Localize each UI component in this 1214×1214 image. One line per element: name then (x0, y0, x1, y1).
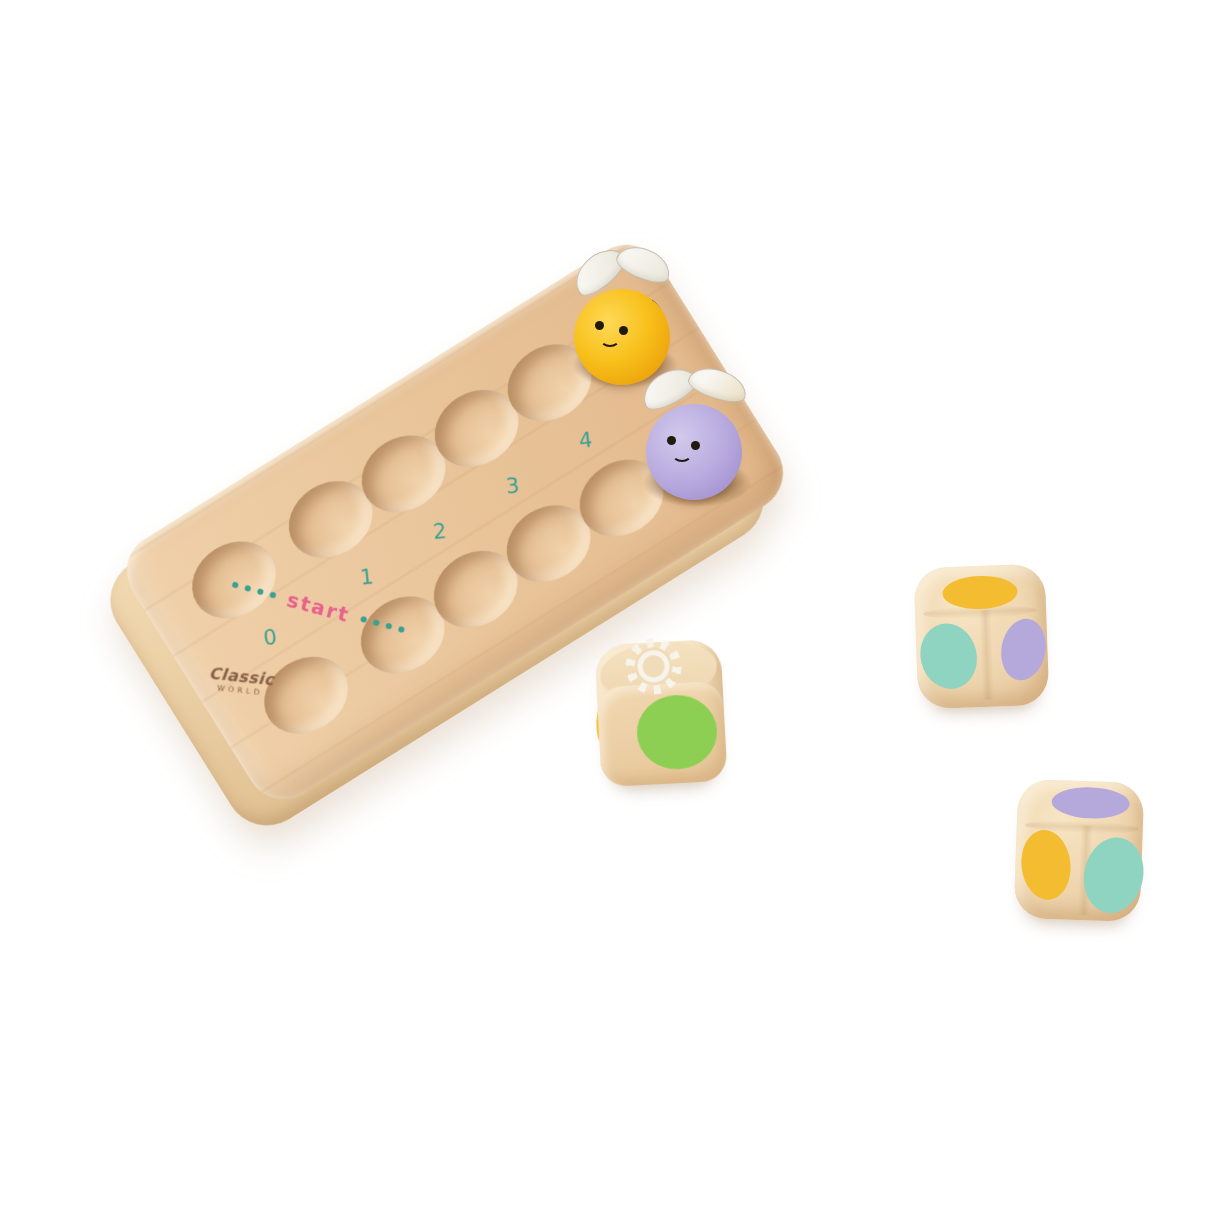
bee-body (574, 289, 670, 385)
start-dot (360, 616, 367, 623)
bee-stripe (648, 404, 742, 500)
bee-eye (691, 441, 700, 450)
purple-bee-piece[interactable] (646, 404, 742, 500)
start-dot (244, 585, 251, 592)
start-dot (373, 619, 380, 626)
track-number-2: 2 (432, 519, 448, 544)
start-dot (257, 588, 264, 595)
bee-eye (595, 321, 604, 330)
track-number-0: 0 (262, 625, 278, 650)
bee-eye (667, 436, 676, 445)
bee-smile (600, 331, 620, 347)
start-dot (232, 581, 239, 588)
track-number-4: 4 (578, 428, 594, 453)
die-purple-yellow-teal[interactable] (1014, 779, 1145, 922)
start-dot (385, 623, 392, 630)
bee-smile (672, 446, 692, 462)
die-sun-green[interactable] (594, 639, 727, 787)
start-label: start (284, 587, 352, 627)
bee-eye (619, 326, 628, 335)
bee-body (646, 404, 742, 500)
track-number-3: 3 (505, 473, 521, 498)
brand-logo: Classic WORLD (207, 666, 275, 698)
bee-stripe (574, 289, 670, 385)
yellow-bee-piece[interactable] (574, 289, 670, 385)
start-dot (269, 591, 276, 598)
track-number-1: 1 (359, 564, 375, 589)
die-yellow-teal-purple[interactable] (914, 564, 1050, 709)
scene: 0 1 2 3 4 5 start Classic WORLD (0, 0, 1214, 1214)
